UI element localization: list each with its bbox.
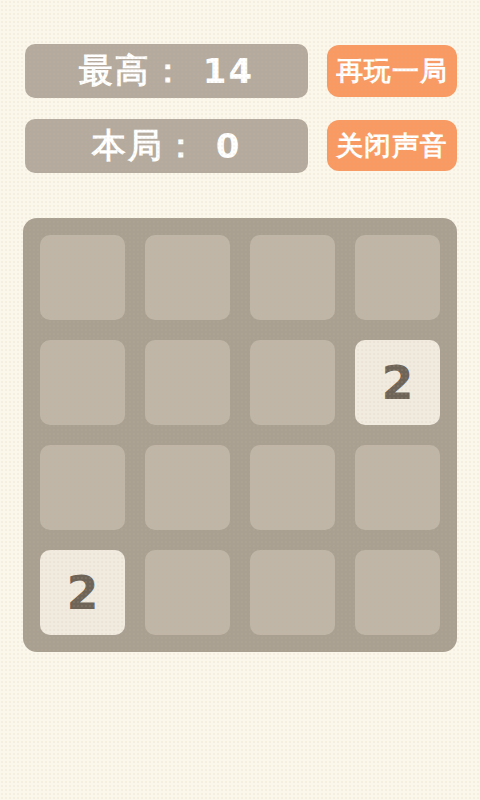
board-cell: [145, 445, 230, 530]
board-cell: [355, 550, 440, 635]
board-cell: [40, 340, 125, 425]
restart-button-label: 再玩一局: [336, 53, 448, 89]
best-score-value: 14: [203, 51, 254, 91]
board-cell: 2: [355, 340, 440, 425]
board-cell: [145, 340, 230, 425]
board-cell: 2: [40, 550, 125, 635]
board-cell: [355, 235, 440, 320]
board-cell: [250, 235, 335, 320]
board-cell: [355, 445, 440, 530]
current-score-label: 本局：: [92, 123, 200, 169]
game-board[interactable]: 2 2: [23, 218, 457, 652]
best-score-label: 最高：: [79, 48, 187, 94]
board-cell: [250, 445, 335, 530]
current-score-value: 0: [216, 126, 242, 166]
sound-toggle-button[interactable]: 关闭声音: [327, 120, 457, 171]
current-score-box: 本局：0: [25, 119, 308, 173]
restart-button[interactable]: 再玩一局: [327, 45, 457, 97]
board-cell: [40, 445, 125, 530]
board-cell: [250, 550, 335, 635]
sound-toggle-label: 关闭声音: [336, 128, 448, 164]
board-cell: [145, 235, 230, 320]
board-cell: [40, 235, 125, 320]
board-cell: [145, 550, 230, 635]
board-cell: [250, 340, 335, 425]
best-score-box: 最高：14: [25, 44, 308, 98]
